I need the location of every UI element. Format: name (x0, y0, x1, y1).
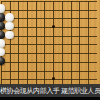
white-stone (5, 31, 14, 40)
bottom-letterbox (0, 97, 100, 100)
caption-bar: 棋协会现从内部入手 规范职业人员的 (0, 84, 100, 97)
star-point (52, 25, 55, 28)
go-video-frame: 棋协会现从内部入手 规范职业人员的 (0, 0, 100, 100)
caption-text: 棋协会现从内部入手 规范职业人员的 (0, 87, 100, 94)
board-grid-lines (1, 1, 97, 88)
go-board[interactable] (0, 0, 100, 87)
white-stone (5, 13, 14, 22)
